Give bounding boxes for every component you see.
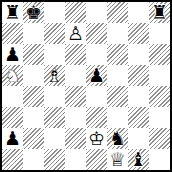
square-g4[interactable] [128,86,149,107]
piece-black-rook: ♜ [149,2,170,23]
square-d7[interactable]: ♟♙ [65,23,86,44]
square-e6[interactable] [86,44,107,65]
square-h8[interactable]: ♜ [149,2,170,23]
square-h7[interactable] [149,23,170,44]
square-c2[interactable] [44,128,65,149]
square-e4[interactable] [86,86,107,107]
square-h1[interactable] [149,149,170,170]
chess-diagram: ♜♚♜♟♙♟♞♘♝♗♟♟♚♔♞♛♕♝ [0,0,172,172]
square-b8[interactable]: ♚ [23,2,44,23]
piece-black-pawn: ♟ [2,128,23,149]
square-d2[interactable] [65,128,86,149]
square-c4[interactable] [44,86,65,107]
square-h3[interactable] [149,107,170,128]
square-b7[interactable] [23,23,44,44]
square-f7[interactable] [107,23,128,44]
square-h6[interactable] [149,44,170,65]
square-g1[interactable]: ♝ [128,149,149,170]
square-b4[interactable] [23,86,44,107]
piece-black-bishop: ♝ [128,149,149,170]
square-a7[interactable] [2,23,23,44]
square-c5[interactable]: ♝♗ [44,65,65,86]
square-h4[interactable] [149,86,170,107]
square-c1[interactable] [44,149,65,170]
square-c3[interactable] [44,107,65,128]
square-a4[interactable] [2,86,23,107]
piece-black-pawn: ♟ [86,65,107,86]
square-e3[interactable] [86,107,107,128]
square-d6[interactable] [65,44,86,65]
piece-white-pawn: ♟♙ [65,23,86,44]
square-h2[interactable] [149,128,170,149]
square-g5[interactable] [128,65,149,86]
chess-board: ♜♚♜♟♙♟♞♘♝♗♟♟♚♔♞♛♕♝ [2,2,170,170]
square-c6[interactable] [44,44,65,65]
piece-white-bishop: ♝♗ [44,65,65,86]
square-b6[interactable] [23,44,44,65]
square-d1[interactable] [65,149,86,170]
square-e5[interactable]: ♟ [86,65,107,86]
square-f5[interactable] [107,65,128,86]
square-f6[interactable] [107,44,128,65]
square-a3[interactable] [2,107,23,128]
square-d4[interactable] [65,86,86,107]
square-d5[interactable] [65,65,86,86]
square-h5[interactable] [149,65,170,86]
square-a8[interactable]: ♜ [2,2,23,23]
square-a2[interactable]: ♟ [2,128,23,149]
square-g3[interactable] [128,107,149,128]
piece-black-king: ♚ [23,2,44,23]
square-a5[interactable]: ♞♘ [2,65,23,86]
square-b2[interactable] [23,128,44,149]
piece-black-pawn: ♟ [2,44,23,65]
square-e8[interactable] [86,2,107,23]
square-a6[interactable]: ♟ [2,44,23,65]
square-f4[interactable] [107,86,128,107]
square-g6[interactable] [128,44,149,65]
square-c7[interactable] [44,23,65,44]
square-f2[interactable]: ♞ [107,128,128,149]
square-b5[interactable] [23,65,44,86]
square-d8[interactable] [65,2,86,23]
piece-white-king: ♚♔ [86,128,107,149]
square-g2[interactable] [128,128,149,149]
square-f3[interactable] [107,107,128,128]
piece-white-queen: ♛♕ [107,149,128,170]
square-b3[interactable] [23,107,44,128]
square-c8[interactable] [44,2,65,23]
piece-white-knight: ♞♘ [2,65,23,86]
square-a1[interactable] [2,149,23,170]
square-e7[interactable] [86,23,107,44]
square-g7[interactable] [128,23,149,44]
piece-black-knight: ♞ [107,128,128,149]
square-d3[interactable] [65,107,86,128]
square-b1[interactable] [23,149,44,170]
square-g8[interactable] [128,2,149,23]
square-f1[interactable]: ♛♕ [107,149,128,170]
square-e2[interactable]: ♚♔ [86,128,107,149]
piece-black-rook: ♜ [2,2,23,23]
square-f8[interactable] [107,2,128,23]
square-e1[interactable] [86,149,107,170]
